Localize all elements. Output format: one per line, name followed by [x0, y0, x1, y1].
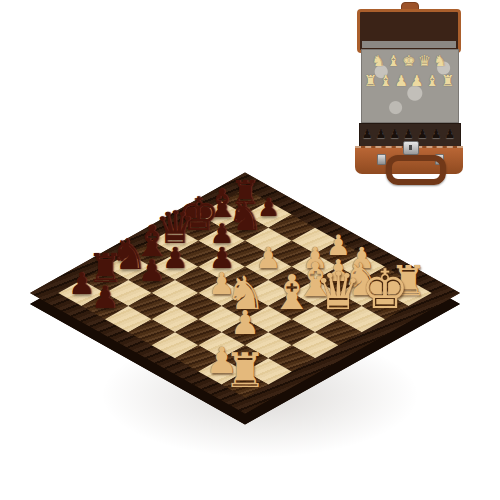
piece-bP-b4: ♟: [162, 244, 188, 273]
case-foam-tray: ♞♝♚♛♞ ♜♝♟♟♝♜: [361, 49, 459, 123]
case-front-panel: [355, 146, 463, 174]
case-lock-clasp-icon: [403, 141, 419, 155]
case-bin-row: ♟♟♟♟♟♟♟: [360, 128, 460, 140]
case-lid: [357, 9, 461, 53]
piece-wP-f3: ♟: [230, 306, 260, 339]
storage-case-inset: ♞♝♚♛♞ ♜♝♟♟♝♜ ♟♟♟♟♟♟♟: [354, 2, 464, 174]
case-metal-fitting-left: [377, 154, 386, 165]
piece-bP-b3: ♟: [138, 256, 165, 286]
piece-wR-h1: ♜: [223, 346, 266, 394]
case-tray-row-2: ♜♝♟♟♝♜: [362, 73, 458, 90]
piece-wB-f5: ♝: [270, 268, 313, 316]
case-tray-row-1: ♞♝♚♛♞: [362, 53, 458, 70]
cell-h1: ♜: [222, 371, 269, 397]
piece-bP-b1: ♟: [91, 281, 119, 312]
case-handle: [386, 155, 446, 185]
case-lid-fabric: [362, 41, 456, 48]
product-photo: ♜♟♟♟♜♝♞♟♟♞♚♚♟♟♝♛♛♟♝♝♟♟♞♞♟♟♜♟♟♟♜ ♞♝♚♛♞ ♜♝…: [0, 0, 500, 500]
